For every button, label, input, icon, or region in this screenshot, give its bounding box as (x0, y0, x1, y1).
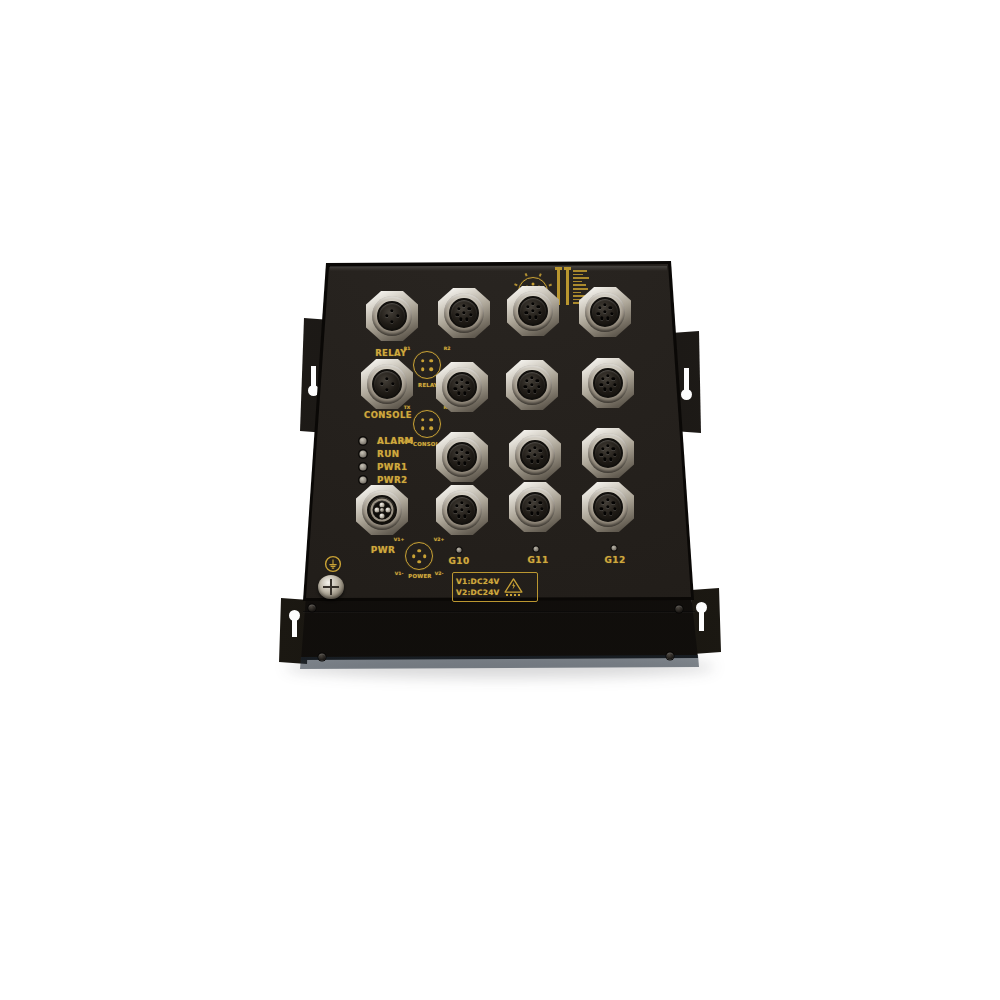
connector-pwr (356, 485, 408, 535)
connector-pin-hole (524, 311, 527, 314)
connector-pin-hole (599, 453, 602, 456)
connector-pin (380, 502, 385, 507)
connector-pin-hole (455, 313, 458, 316)
connector-pin-hole (390, 320, 393, 323)
connector-pin-hole (525, 379, 528, 382)
connector-pin-hole (463, 462, 466, 465)
connector-pin-hole (462, 311, 465, 314)
connector-pin-hole (380, 382, 383, 385)
connector-face (517, 370, 547, 400)
connector-pin-hole (612, 501, 615, 504)
connector-pin-hole (530, 376, 533, 379)
connector-pin-hole (606, 444, 609, 447)
connector-pin-hole (530, 512, 533, 515)
connector-pin-hole (466, 381, 469, 384)
connector-pin-hole (613, 507, 616, 510)
connector-pin-hole (537, 305, 540, 308)
connector-port-3 (579, 287, 631, 337)
connector-pin-hole (606, 381, 609, 384)
connector-pin-hole (455, 504, 458, 507)
connector-pin-hole (598, 306, 601, 309)
connector-pin-hole (612, 377, 615, 380)
connector-pin-hole (612, 447, 615, 450)
connector-pin (374, 508, 379, 513)
connector-pin-hole (530, 383, 533, 386)
connector-pin-hole (385, 377, 388, 380)
connector-pin-hole (468, 307, 471, 310)
connector-pin-hole (603, 458, 606, 461)
connector-pin (380, 513, 385, 518)
connector-pin-hole (539, 449, 542, 452)
connector-pin-hole (457, 515, 460, 518)
connector-pin-hole (601, 377, 604, 380)
connector-face (447, 442, 477, 472)
connector-pin-hole (457, 307, 460, 310)
connector-pin-hole (465, 318, 468, 321)
connector-console-port (361, 359, 413, 409)
connector-pin-hole (601, 501, 604, 504)
connector-pin-hole (523, 385, 526, 388)
connector-pin-hole (609, 458, 612, 461)
connector-pin-hole (606, 374, 609, 377)
connector-pin-hole (460, 508, 463, 511)
connector-pin-hole (390, 309, 393, 312)
connector-pin-hole (536, 379, 539, 382)
connector-pin-hole (601, 447, 604, 450)
connector-g12 (582, 482, 634, 532)
connector-pin-hole (460, 455, 463, 458)
connector-pin-hole (459, 318, 462, 321)
connector-port-8 (509, 430, 561, 480)
connector-face (518, 296, 548, 326)
connector-pin-hole (466, 451, 469, 454)
connector-face (377, 301, 407, 331)
connector-pin-hole (606, 498, 609, 501)
connector-pin-hole (531, 302, 534, 305)
connector-pin-hole (609, 512, 612, 515)
stage: V1:DC24V V2:DC24V RELAYCONSOLEPWRALARMRU… (0, 0, 1000, 1000)
connector-face (372, 369, 402, 399)
connector-pin-hole (463, 392, 466, 395)
connector-pin (385, 508, 390, 513)
connector-port-9 (582, 428, 634, 478)
connector-pin-hole (453, 457, 456, 460)
connector-pin-hole (396, 314, 399, 317)
connector-face (447, 495, 477, 525)
connector-pin-hole (536, 460, 539, 463)
connector-pin-hole (530, 460, 533, 463)
connector-pin-hole (536, 512, 539, 515)
connector-pin-hole (385, 388, 388, 391)
connector-pin-hole (528, 501, 531, 504)
connector-pin-hole (533, 453, 536, 456)
connector-pin-hole (534, 316, 537, 319)
connector-pin-hole (540, 507, 543, 510)
connector-pin-hole (455, 381, 458, 384)
connector-face (367, 495, 397, 525)
connector-layer (0, 0, 1000, 1000)
connector-pin-hole (462, 304, 465, 307)
connector-pin-hole (469, 313, 472, 316)
connector-pin-hole (609, 306, 612, 309)
connector-face (520, 440, 550, 470)
connector-face (447, 372, 477, 402)
connector-g11 (509, 482, 561, 532)
connector-pin-hole (606, 451, 609, 454)
connector-pin-hole (539, 501, 542, 504)
connector-pin-hole (599, 383, 602, 386)
connector-pin-hole (606, 317, 609, 320)
connector-pin-hole (455, 451, 458, 454)
connector-pin-hole (609, 388, 612, 391)
connector-face (593, 492, 623, 522)
connector-pin-hole (391, 382, 394, 385)
connector-pin-center (380, 508, 384, 512)
connector-face (593, 438, 623, 468)
connector-pin-hole (526, 305, 529, 308)
connector-pin-hole (467, 457, 470, 460)
connector-pin-hole (453, 510, 456, 513)
connector-pin-hole (610, 312, 613, 315)
connector-face (590, 297, 620, 327)
connector-pin-hole (596, 312, 599, 315)
connector-pin-hole (526, 507, 529, 510)
connector-pin-hole (531, 309, 534, 312)
connector-pin-hole (533, 498, 536, 501)
connector-pin-hole (603, 388, 606, 391)
connector-pin-hole (528, 449, 531, 452)
connector-face (593, 368, 623, 398)
connector-pin-hole (460, 378, 463, 381)
connector-pin-hole (600, 317, 603, 320)
connector-port-7 (436, 432, 488, 482)
connector-pin-hole (540, 455, 543, 458)
connector-pin-hole (603, 512, 606, 515)
connector-pin-hole (603, 310, 606, 313)
connector-pin-hole (460, 385, 463, 388)
connector-port-2 (507, 286, 559, 336)
connector-pin-hole (457, 462, 460, 465)
connector-pin-hole (463, 515, 466, 518)
connector-face (520, 492, 550, 522)
connector-face (449, 298, 479, 328)
connector-g10 (436, 485, 488, 535)
connector-pin-hole (603, 303, 606, 306)
connector-port-4 (436, 362, 488, 412)
connector-pin-hole (533, 505, 536, 508)
connector-pin-hole (606, 505, 609, 508)
connector-pin-hole (527, 390, 530, 393)
connector-port-6 (582, 358, 634, 408)
connector-pin-hole (538, 311, 541, 314)
connector-pin-hole (533, 390, 536, 393)
connector-pin-hole (613, 453, 616, 456)
connector-port-5 (506, 360, 558, 410)
connector-relay-port (366, 291, 418, 341)
connector-pin-hole (537, 385, 540, 388)
connector-pin-hole (460, 448, 463, 451)
connector-pin-hole (528, 316, 531, 319)
connector-pin-hole (467, 510, 470, 513)
connector-pin-hole (599, 507, 602, 510)
connector-pin-hole (613, 383, 616, 386)
connector-pin-hole (466, 504, 469, 507)
connector-pin-hole (467, 387, 470, 390)
connector-pin-hole (385, 314, 388, 317)
connector-port-1 (438, 288, 490, 338)
connector-pin-hole (533, 446, 536, 449)
connector-pin-hole (457, 392, 460, 395)
connector-pin-hole (453, 387, 456, 390)
connector-pin-hole (526, 455, 529, 458)
connector-pin-hole (460, 501, 463, 504)
